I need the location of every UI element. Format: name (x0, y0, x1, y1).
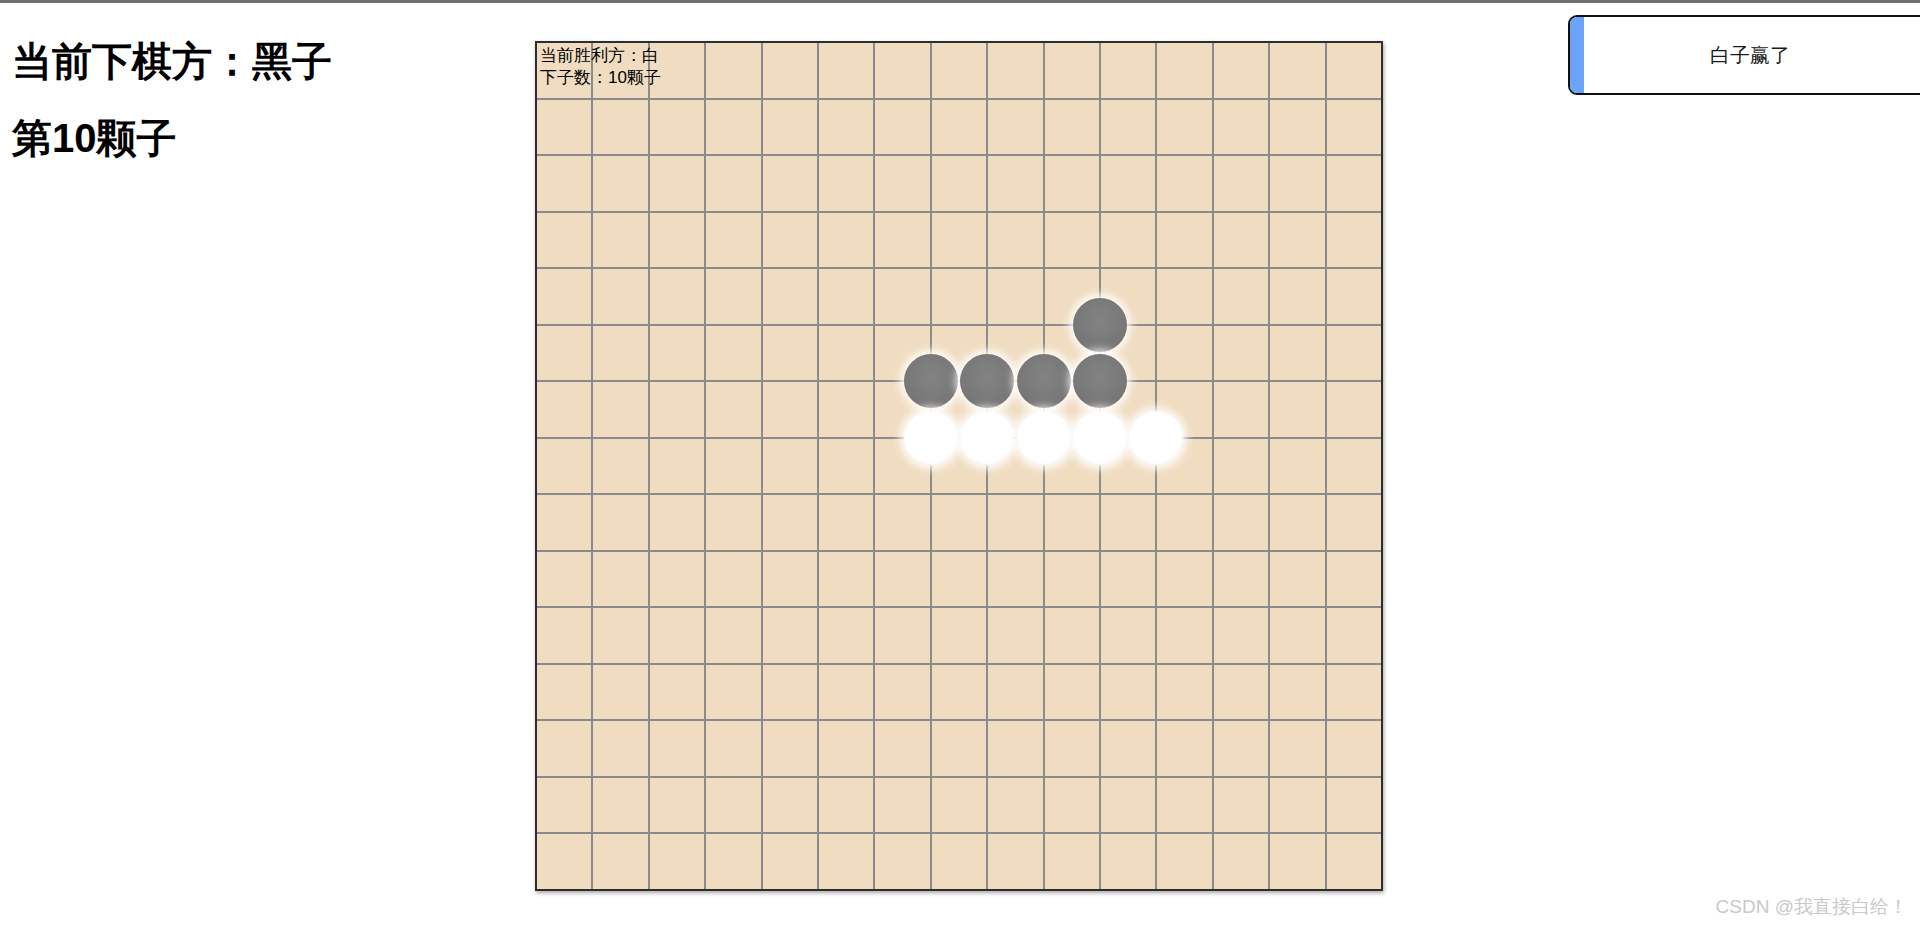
board-cell[interactable] (1270, 213, 1324, 268)
board-cell[interactable] (819, 721, 873, 776)
board-cell[interactable] (875, 213, 929, 268)
board-cell[interactable] (763, 665, 817, 720)
result-accent-bar (1570, 17, 1584, 93)
board-cell[interactable] (932, 778, 986, 833)
board-cell[interactable] (650, 495, 704, 550)
board-cell[interactable] (1045, 213, 1099, 268)
board-cell[interactable] (875, 778, 929, 833)
board-cell[interactable] (650, 326, 704, 381)
board-cell[interactable] (988, 721, 1042, 776)
board-cell[interactable] (1214, 778, 1268, 833)
board-cell[interactable] (1270, 43, 1324, 98)
board-cell[interactable] (763, 552, 817, 607)
board-cell[interactable] (1045, 834, 1099, 889)
board-cell[interactable] (1270, 552, 1324, 607)
board-cell[interactable] (537, 665, 591, 720)
board-cell[interactable] (1157, 382, 1211, 437)
board-cell[interactable] (1327, 778, 1381, 833)
board-cell[interactable] (819, 213, 873, 268)
board-cell[interactable] (819, 156, 873, 211)
board-cell[interactable] (763, 269, 817, 324)
board-cell[interactable] (537, 495, 591, 550)
board-cell[interactable] (819, 439, 873, 494)
board-cell[interactable] (593, 213, 647, 268)
board-cell[interactable] (875, 608, 929, 663)
board-cell[interactable] (1327, 665, 1381, 720)
board-cell[interactable] (988, 439, 1042, 494)
board-cell[interactable] (650, 382, 704, 437)
board-cell[interactable] (593, 326, 647, 381)
board-cell[interactable] (593, 495, 647, 550)
board-cell[interactable] (537, 326, 591, 381)
board-cell[interactable] (1214, 382, 1268, 437)
board-cell[interactable] (1270, 156, 1324, 211)
board-cell[interactable] (1214, 721, 1268, 776)
board-cell[interactable] (706, 608, 760, 663)
board-cell[interactable] (1045, 608, 1099, 663)
board-cell[interactable] (537, 778, 591, 833)
board-cell[interactable] (1214, 269, 1268, 324)
board-cell[interactable] (537, 721, 591, 776)
board-cell[interactable] (1214, 326, 1268, 381)
board-cell[interactable] (988, 495, 1042, 550)
board-cell[interactable] (932, 382, 986, 437)
board-cell[interactable] (1101, 269, 1155, 324)
board-cell[interactable] (537, 382, 591, 437)
board-cell[interactable] (706, 439, 760, 494)
board-cell[interactable] (1045, 721, 1099, 776)
board-cell[interactable] (1101, 495, 1155, 550)
board-cell[interactable] (1327, 213, 1381, 268)
gomoku-board: 当前胜利方：白 下子数：10颗子 (535, 41, 1383, 891)
board-cell[interactable] (650, 100, 704, 155)
board-cell[interactable] (819, 608, 873, 663)
board-cell[interactable] (1214, 665, 1268, 720)
board-cell[interactable] (1101, 439, 1155, 494)
board-cell[interactable] (1214, 552, 1268, 607)
board-cell[interactable] (1270, 834, 1324, 889)
board-cell[interactable] (1327, 552, 1381, 607)
board-cell[interactable] (537, 834, 591, 889)
board-cell[interactable] (706, 778, 760, 833)
board-cell[interactable] (1270, 269, 1324, 324)
board-cell[interactable] (932, 269, 986, 324)
board-cell[interactable] (988, 778, 1042, 833)
board-cell[interactable] (932, 156, 986, 211)
board-cell[interactable] (1101, 552, 1155, 607)
board-cell[interactable] (706, 156, 760, 211)
move-count-info: 下子数：10颗子 (540, 67, 661, 89)
board-info: 当前胜利方：白 下子数：10颗子 (540, 45, 661, 89)
board-cell[interactable] (1101, 100, 1155, 155)
board-cell[interactable] (1270, 608, 1324, 663)
result-dialog[interactable]: 白子赢了 (1568, 15, 1920, 95)
board-cell[interactable] (875, 382, 929, 437)
board-cell[interactable] (537, 439, 591, 494)
board-cell[interactable] (819, 43, 873, 98)
board-cell[interactable] (650, 269, 704, 324)
page-top-border (0, 0, 1920, 3)
board-cell[interactable] (763, 439, 817, 494)
board-cell[interactable] (1214, 213, 1268, 268)
board-cell[interactable] (1101, 665, 1155, 720)
board-cell[interactable] (819, 834, 873, 889)
board-cell[interactable] (593, 721, 647, 776)
board-cell[interactable] (988, 326, 1042, 381)
board-cell[interactable] (875, 552, 929, 607)
board-cell[interactable] (763, 213, 817, 268)
board-cell[interactable] (988, 382, 1042, 437)
board-cell[interactable] (1045, 156, 1099, 211)
board-cell[interactable] (763, 778, 817, 833)
board-cell[interactable] (988, 608, 1042, 663)
board-cell[interactable] (1327, 608, 1381, 663)
board-cell[interactable] (1270, 495, 1324, 550)
board-cell[interactable] (988, 213, 1042, 268)
board-cell[interactable] (988, 43, 1042, 98)
board-cell[interactable] (1045, 43, 1099, 98)
board-cell[interactable] (650, 834, 704, 889)
board-cell[interactable] (1327, 834, 1381, 889)
board-cell[interactable] (1157, 834, 1211, 889)
board-cell[interactable] (1157, 156, 1211, 211)
board-cell[interactable] (988, 834, 1042, 889)
board-cell[interactable] (1101, 721, 1155, 776)
board-cell[interactable] (650, 778, 704, 833)
board-cell[interactable] (763, 608, 817, 663)
board-cell[interactable] (875, 326, 929, 381)
board-cell[interactable] (1270, 326, 1324, 381)
board-cell[interactable] (1157, 721, 1211, 776)
board-cell[interactable] (1157, 213, 1211, 268)
board-cell[interactable] (1157, 608, 1211, 663)
board-cell[interactable] (1214, 156, 1268, 211)
board-cell[interactable] (932, 552, 986, 607)
board-cell[interactable] (1270, 721, 1324, 776)
board-cell[interactable] (1214, 495, 1268, 550)
board-cell[interactable] (537, 608, 591, 663)
board-cell[interactable] (932, 213, 986, 268)
board-cell[interactable] (1157, 552, 1211, 607)
board-cell[interactable] (706, 382, 760, 437)
board-cell[interactable] (537, 552, 591, 607)
board-cell[interactable] (1157, 495, 1211, 550)
board-cell[interactable] (875, 439, 929, 494)
board-cell[interactable] (875, 43, 929, 98)
board-cell[interactable] (932, 100, 986, 155)
board-cell[interactable] (875, 156, 929, 211)
board-cell[interactable] (819, 778, 873, 833)
board-cell[interactable] (1270, 665, 1324, 720)
board-cell[interactable] (763, 382, 817, 437)
board-cell[interactable] (1157, 778, 1211, 833)
board-cell[interactable] (1045, 495, 1099, 550)
board-cell[interactable] (593, 100, 647, 155)
board-cell[interactable] (875, 721, 929, 776)
board-cell[interactable] (1101, 43, 1155, 98)
board-cell[interactable] (706, 100, 760, 155)
board-cell[interactable] (763, 43, 817, 98)
board-cell[interactable] (537, 156, 591, 211)
board-cell[interactable] (593, 382, 647, 437)
board-cell[interactable] (932, 721, 986, 776)
board-cell[interactable] (763, 721, 817, 776)
board-cell[interactable] (706, 326, 760, 381)
board-cell[interactable] (1214, 43, 1268, 98)
board-cell[interactable] (988, 665, 1042, 720)
board-cell[interactable] (1101, 834, 1155, 889)
board-cell[interactable] (1214, 834, 1268, 889)
board-cell[interactable] (875, 495, 929, 550)
board-cell[interactable] (1101, 382, 1155, 437)
board-cell[interactable] (819, 326, 873, 381)
board-cell[interactable] (763, 326, 817, 381)
move-number-heading: 第10颗子 (12, 115, 177, 161)
board-cell[interactable] (1157, 326, 1211, 381)
board-cell[interactable] (932, 439, 986, 494)
board-cell[interactable] (1327, 156, 1381, 211)
board-cell[interactable] (1327, 43, 1381, 98)
board-cell[interactable] (1327, 721, 1381, 776)
board-cell[interactable] (1327, 269, 1381, 324)
board-cell[interactable] (763, 100, 817, 155)
board-cell[interactable] (819, 552, 873, 607)
board-cell[interactable] (1327, 439, 1381, 494)
board-cell[interactable] (1045, 326, 1099, 381)
board-cell[interactable] (1214, 439, 1268, 494)
board-cell[interactable] (932, 834, 986, 889)
current-player-heading: 当前下棋方：黑子 (12, 38, 332, 84)
board-cell[interactable] (706, 213, 760, 268)
board-cell[interactable] (875, 269, 929, 324)
board-cell[interactable] (1270, 382, 1324, 437)
board-cell[interactable] (593, 778, 647, 833)
board-cell[interactable] (1045, 100, 1099, 155)
board-cell[interactable] (706, 665, 760, 720)
board-cell[interactable] (1327, 326, 1381, 381)
board-cell[interactable] (537, 100, 591, 155)
board-cell[interactable] (650, 721, 704, 776)
board-cell[interactable] (1045, 439, 1099, 494)
board-cell[interactable] (650, 439, 704, 494)
board-cell[interactable] (650, 156, 704, 211)
board-cell[interactable] (650, 608, 704, 663)
board-cell[interactable] (875, 834, 929, 889)
board-cell[interactable] (1045, 382, 1099, 437)
board-cell[interactable] (932, 608, 986, 663)
board-cell[interactable] (875, 665, 929, 720)
board-cell[interactable] (593, 552, 647, 607)
board-cell[interactable] (1101, 213, 1155, 268)
board-cell[interactable] (537, 269, 591, 324)
board-cell[interactable] (1214, 608, 1268, 663)
board-cell[interactable] (593, 608, 647, 663)
board-cell[interactable] (706, 834, 760, 889)
board-cell[interactable] (1157, 269, 1211, 324)
board-cell[interactable] (1101, 156, 1155, 211)
board-cell[interactable] (1157, 100, 1211, 155)
board-cell[interactable] (819, 495, 873, 550)
board-cell[interactable] (1045, 552, 1099, 607)
result-text: 白子赢了 (1710, 42, 1790, 69)
board-cell[interactable] (1045, 269, 1099, 324)
board-cell[interactable] (1101, 778, 1155, 833)
board-cell[interactable] (1101, 326, 1155, 381)
board-cell[interactable] (1157, 439, 1211, 494)
board-cell[interactable] (1045, 665, 1099, 720)
board-cell[interactable] (932, 326, 986, 381)
board-cell[interactable] (763, 156, 817, 211)
board-cell[interactable] (988, 156, 1042, 211)
board-cell[interactable] (1327, 382, 1381, 437)
csdn-watermark: CSDN @我直接白给！ (1716, 894, 1908, 920)
board-grid (537, 43, 1381, 889)
board-cell[interactable] (988, 552, 1042, 607)
board-cell[interactable] (706, 721, 760, 776)
board-cell[interactable] (593, 269, 647, 324)
board-cell[interactable] (1270, 778, 1324, 833)
board-cell[interactable] (1101, 608, 1155, 663)
board-cell[interactable] (650, 665, 704, 720)
board-cell[interactable] (593, 439, 647, 494)
board-cell[interactable] (1157, 665, 1211, 720)
board-cell[interactable] (763, 495, 817, 550)
board-cell[interactable] (932, 43, 986, 98)
board-cell[interactable] (988, 100, 1042, 155)
board-cell[interactable] (650, 213, 704, 268)
board-cell[interactable] (706, 43, 760, 98)
board-cell[interactable] (875, 100, 929, 155)
board-cell[interactable] (1045, 778, 1099, 833)
board-cell[interactable] (650, 552, 704, 607)
board-cell[interactable] (1327, 100, 1381, 155)
winner-info: 当前胜利方：白 (540, 45, 661, 67)
board-cell[interactable] (932, 495, 986, 550)
board-cell[interactable] (819, 269, 873, 324)
board-cell[interactable] (706, 552, 760, 607)
board-cell[interactable] (988, 269, 1042, 324)
board-cell[interactable] (593, 834, 647, 889)
board-cell[interactable] (706, 269, 760, 324)
board-cell[interactable] (706, 495, 760, 550)
board-cell[interactable] (1327, 495, 1381, 550)
board-cell[interactable] (1270, 100, 1324, 155)
board-cell[interactable] (593, 665, 647, 720)
board-cell[interactable] (819, 665, 873, 720)
board-cell[interactable] (537, 213, 591, 268)
board-cell[interactable] (1214, 100, 1268, 155)
board-cell[interactable] (1270, 439, 1324, 494)
board-cell[interactable] (593, 156, 647, 211)
board-cell[interactable] (763, 834, 817, 889)
board-cell[interactable] (819, 100, 873, 155)
board-cell[interactable] (819, 382, 873, 437)
board-cell[interactable] (1157, 43, 1211, 98)
board-cell[interactable] (932, 665, 986, 720)
